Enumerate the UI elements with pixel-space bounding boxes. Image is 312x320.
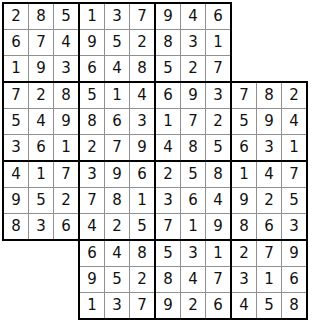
cell-b-r6c6: 9 [206, 214, 230, 239]
cell-b-r4c6: 8 [206, 162, 230, 187]
cell-b-r8c1: 9 [80, 267, 104, 292]
cell-a-r9c2: 3 [29, 214, 53, 239]
cell-b-r3c9: 1 [282, 135, 306, 160]
twin-sudoku-board: 2856741931379526489468315277285493615148… [0, 0, 312, 320]
cell-a-r3c2: 9 [29, 56, 53, 81]
cell-b-r5c4: 3 [156, 188, 180, 213]
cell-b-r5c7: 9 [232, 188, 256, 213]
cell-a-r2c1: 6 [4, 30, 28, 55]
cell-b-r4c9: 7 [282, 162, 306, 187]
cell-a-r8c1: 9 [4, 188, 28, 213]
cell-a-r6c3: 1 [54, 135, 78, 160]
cell-b-r2c7: 5 [232, 109, 256, 134]
cell-b-r3c6: 5 [206, 135, 230, 160]
cell-b-r5c3: 1 [130, 188, 154, 213]
cell-b-r4c8: 4 [257, 162, 281, 187]
box-a-21: 728549361 [4, 83, 78, 160]
cell-b-r2c9: 4 [282, 109, 306, 134]
cell-b-r1c1: 5 [80, 83, 104, 108]
cell-b-r7c7: 2 [232, 241, 256, 266]
cell-b-r7c3: 8 [130, 241, 154, 266]
box-b-21: 396781425 [80, 162, 154, 239]
cell-b-r1c4: 6 [156, 83, 180, 108]
cell-b-r2c8: 9 [257, 109, 281, 134]
cell-a-r7c3: 7 [54, 162, 78, 187]
box-a-13: 946831527 [156, 4, 230, 81]
cell-a-r2c6: 2 [130, 30, 154, 55]
cell-a-r8c3: 2 [54, 188, 78, 213]
cell-b-r8c9: 6 [282, 267, 306, 292]
cell-b-r3c5: 8 [181, 135, 205, 160]
box-b-31: 648952137 [80, 241, 154, 318]
cell-a-r2c2: 7 [29, 30, 53, 55]
cell-b-r9c3: 7 [130, 293, 154, 318]
cell-b-r7c6: 1 [206, 241, 230, 266]
cell-b-r6c3: 5 [130, 214, 154, 239]
cell-b-r5c6: 4 [206, 188, 230, 213]
cell-a-r1c9: 6 [206, 4, 230, 29]
cell-b-r1c7: 7 [232, 83, 256, 108]
cell-b-r3c3: 9 [130, 135, 154, 160]
cell-a-r6c1: 3 [4, 135, 28, 160]
cell-a-r1c5: 3 [105, 4, 129, 29]
cell-b-r6c9: 3 [282, 214, 306, 239]
cell-b-r8c4: 8 [156, 267, 180, 292]
cell-b-r9c2: 3 [105, 293, 129, 318]
cell-a-r5c3: 9 [54, 109, 78, 134]
cell-a-r1c6: 7 [130, 4, 154, 29]
cell-a-r1c8: 4 [181, 4, 205, 29]
cell-b-r7c8: 7 [257, 241, 281, 266]
cell-a-r5c2: 4 [29, 109, 53, 134]
box-b-11: 514863279 [80, 83, 154, 160]
cell-b-r4c2: 9 [105, 162, 129, 187]
cell-a-r1c3: 5 [54, 4, 78, 29]
cell-b-r2c1: 8 [80, 109, 104, 134]
cell-b-r2c6: 2 [206, 109, 230, 134]
cell-b-r1c3: 4 [130, 83, 154, 108]
box-b-33: 279316458 [232, 241, 306, 318]
cell-b-r5c2: 8 [105, 188, 129, 213]
cell-b-r9c4: 9 [156, 293, 180, 318]
cell-b-r1c2: 1 [105, 83, 129, 108]
cell-b-r6c7: 8 [232, 214, 256, 239]
cell-b-r8c2: 5 [105, 267, 129, 292]
cell-b-r1c8: 8 [257, 83, 281, 108]
cell-b-r7c1: 6 [80, 241, 104, 266]
cell-b-r7c4: 5 [156, 241, 180, 266]
cell-a-r4c3: 8 [54, 83, 78, 108]
cell-a-r7c2: 1 [29, 162, 53, 187]
cell-a-r2c9: 1 [206, 30, 230, 55]
cell-b-r5c8: 2 [257, 188, 281, 213]
cell-b-r3c4: 4 [156, 135, 180, 160]
cell-b-r4c3: 6 [130, 162, 154, 187]
box-b-12: 693172485 [156, 83, 230, 160]
cell-b-r7c9: 9 [282, 241, 306, 266]
cell-b-r4c4: 2 [156, 162, 180, 187]
cell-a-r4c2: 2 [29, 83, 53, 108]
cell-a-r2c7: 8 [156, 30, 180, 55]
cell-b-r3c1: 2 [80, 135, 104, 160]
cell-b-r9c7: 4 [232, 293, 256, 318]
cell-a-r1c2: 8 [29, 4, 53, 29]
cell-b-r9c6: 6 [206, 293, 230, 318]
cell-a-r8c2: 5 [29, 188, 53, 213]
cell-b-r3c2: 7 [105, 135, 129, 160]
cell-b-r6c4: 7 [156, 214, 180, 239]
cell-a-r5c1: 5 [4, 109, 28, 134]
cell-b-r3c8: 3 [257, 135, 281, 160]
cell-a-r1c1: 2 [4, 4, 28, 29]
cell-a-r2c8: 3 [181, 30, 205, 55]
cell-b-r6c2: 2 [105, 214, 129, 239]
cell-a-r3c3: 3 [54, 56, 78, 81]
cell-b-r2c2: 6 [105, 109, 129, 134]
cell-b-r7c2: 4 [105, 241, 129, 266]
cell-b-r9c5: 2 [181, 293, 205, 318]
cell-b-r1c6: 3 [206, 83, 230, 108]
cell-b-r1c5: 9 [181, 83, 205, 108]
box-a-31: 417952836 [4, 162, 78, 239]
cell-a-r1c4: 1 [80, 4, 104, 29]
cell-a-r9c3: 6 [54, 214, 78, 239]
cell-a-r3c6: 8 [130, 56, 154, 81]
box-b-22: 258364719 [156, 162, 230, 239]
cell-b-r4c1: 3 [80, 162, 104, 187]
cell-b-r4c7: 1 [232, 162, 256, 187]
cell-b-r2c4: 1 [156, 109, 180, 134]
cell-a-r6c2: 6 [29, 135, 53, 160]
cell-a-r2c3: 4 [54, 30, 78, 55]
cell-b-r5c5: 6 [181, 188, 205, 213]
cell-b-r5c9: 5 [282, 188, 306, 213]
cell-a-r3c7: 5 [156, 56, 180, 81]
cell-a-r3c8: 2 [181, 56, 205, 81]
cell-b-r6c8: 6 [257, 214, 281, 239]
cell-b-r8c6: 7 [206, 267, 230, 292]
cell-b-r8c8: 1 [257, 267, 281, 292]
cell-b-r8c7: 3 [232, 267, 256, 292]
sudoku-grid-b: 5148632796931724857825946313967814252583… [78, 81, 308, 320]
cell-a-r7c1: 4 [4, 162, 28, 187]
cell-b-r2c3: 3 [130, 109, 154, 134]
cell-a-r3c5: 4 [105, 56, 129, 81]
cell-b-r9c8: 5 [257, 293, 281, 318]
cell-b-r9c9: 8 [282, 293, 306, 318]
cell-b-r8c5: 4 [181, 267, 205, 292]
cell-a-r4c1: 7 [4, 83, 28, 108]
box-a-11: 285674193 [4, 4, 78, 81]
cell-b-r6c1: 4 [80, 214, 104, 239]
cell-a-r2c4: 9 [80, 30, 104, 55]
cell-b-r1c9: 2 [282, 83, 306, 108]
cell-b-r2c5: 7 [181, 109, 205, 134]
cell-b-r3c7: 6 [232, 135, 256, 160]
cell-a-r3c1: 1 [4, 56, 28, 81]
cell-a-r3c4: 6 [80, 56, 104, 81]
box-b-32: 531847926 [156, 241, 230, 318]
cell-a-r2c5: 5 [105, 30, 129, 55]
cell-a-r3c9: 7 [206, 56, 230, 81]
cell-b-r8c3: 2 [130, 267, 154, 292]
box-b-13: 782594631 [232, 83, 306, 160]
box-a-12: 137952648 [80, 4, 154, 81]
box-b-23: 147925863 [232, 162, 306, 239]
cell-b-r4c5: 5 [181, 162, 205, 187]
cell-a-r1c7: 9 [156, 4, 180, 29]
cell-b-r7c5: 3 [181, 241, 205, 266]
cell-b-r6c5: 1 [181, 214, 205, 239]
cell-b-r5c1: 7 [80, 188, 104, 213]
cell-a-r9c1: 8 [4, 214, 28, 239]
cell-b-r9c1: 1 [80, 293, 104, 318]
